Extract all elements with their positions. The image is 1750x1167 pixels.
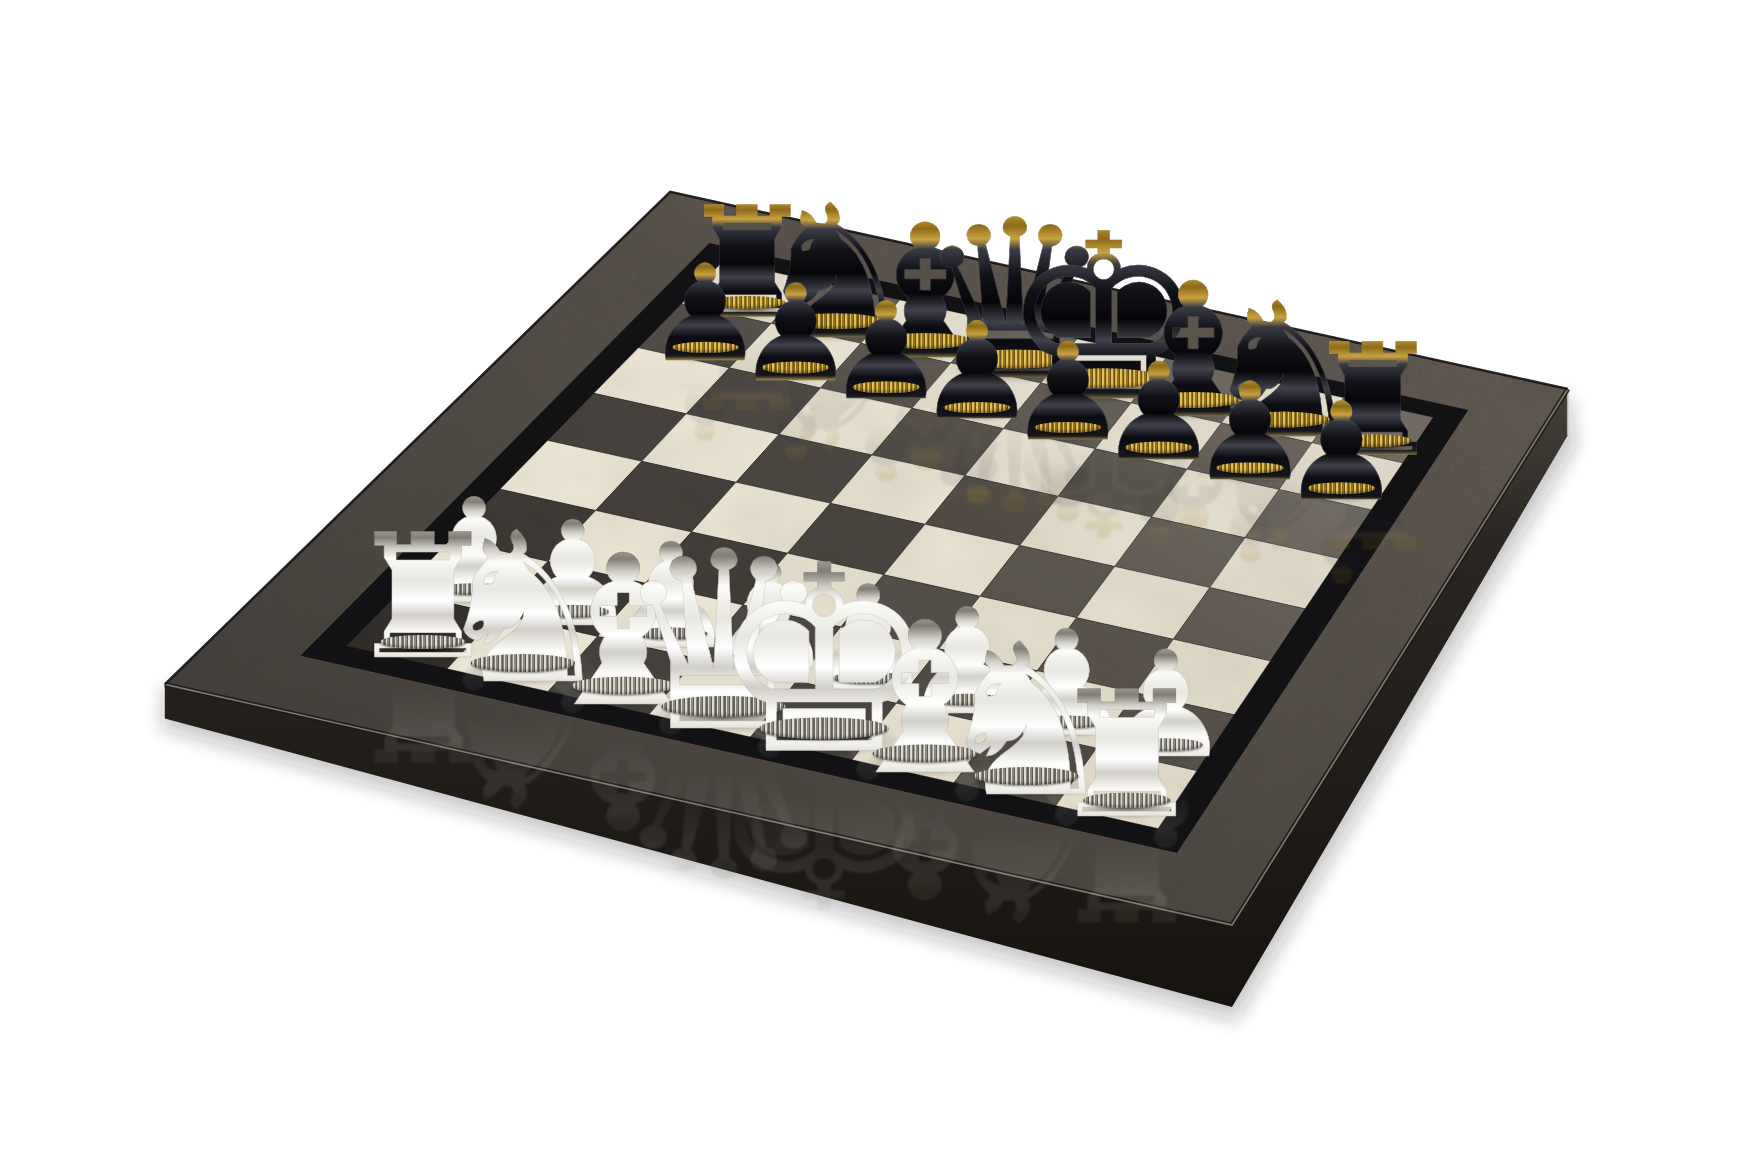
- chess-board-svg: [0, 0, 1750, 1167]
- chess-set-photo-scene: ♜♜♞♞♝♝♟♟♛♛♟♟♚♚♟♟♝♝♟♟♞♞♟♟♜♜♟♟♟♟♟♟♟♟♟♟♟♟♜♜…: [0, 0, 1750, 1167]
- chess-board: [0, 0, 1750, 1167]
